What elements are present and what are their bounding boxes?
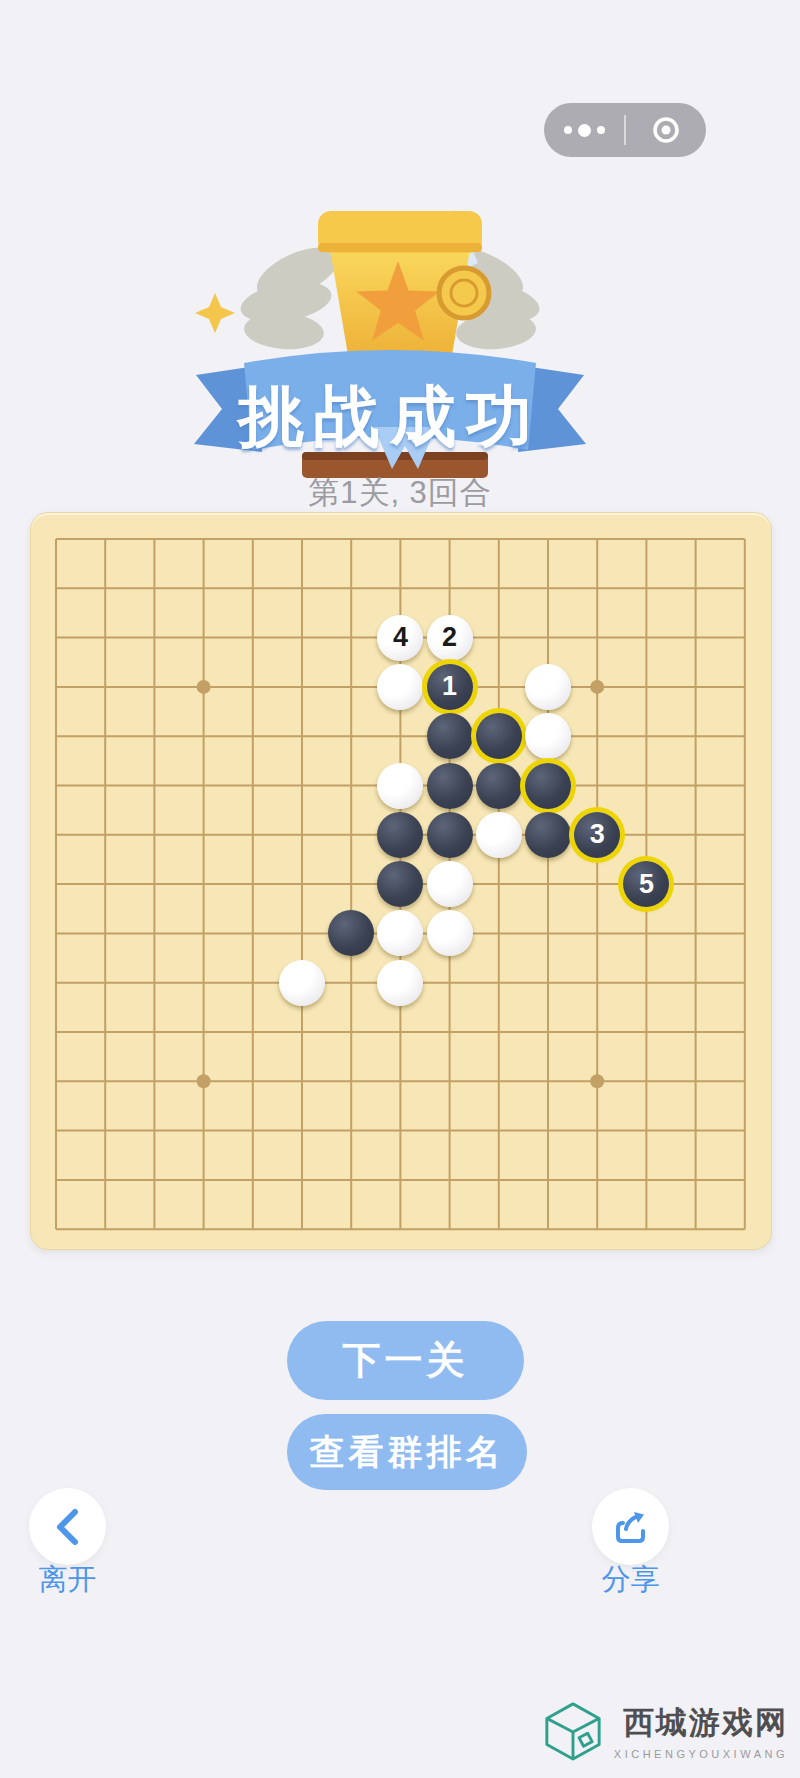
stone-black bbox=[427, 812, 473, 858]
stone-black bbox=[476, 763, 522, 809]
stone-white bbox=[377, 664, 423, 710]
stone-white bbox=[377, 763, 423, 809]
medal-icon bbox=[439, 268, 489, 318]
banner-text: 挑战成功 bbox=[180, 372, 600, 462]
stone-white bbox=[525, 664, 571, 710]
stone-black bbox=[525, 763, 571, 809]
stone-black bbox=[427, 713, 473, 759]
target-icon bbox=[651, 115, 681, 145]
stone-black bbox=[476, 713, 522, 759]
stone-black-move-1: 1 bbox=[427, 664, 473, 710]
stone-white bbox=[525, 713, 571, 759]
share-label: 分享 bbox=[592, 1560, 669, 1600]
leave-label: 离开 bbox=[29, 1560, 106, 1600]
stone-black-move-3: 3 bbox=[574, 812, 620, 858]
gomoku-board: 42135 bbox=[30, 512, 772, 1250]
miniprogram-capsule bbox=[544, 103, 706, 157]
stone-white bbox=[377, 960, 423, 1006]
view-group-ranking-button[interactable]: 查看群排名 bbox=[287, 1414, 527, 1490]
stone-white bbox=[427, 861, 473, 907]
watermark-subtitle: XICHENGYOUXIWANG bbox=[614, 1748, 788, 1760]
page: 挑战成功 第1关, 3回合 42135 下一关 查看群排名 离开 分享 西 bbox=[0, 0, 800, 1778]
back-chevron-icon bbox=[50, 1505, 86, 1549]
exit-button[interactable] bbox=[626, 103, 706, 157]
stone-white bbox=[279, 960, 325, 1006]
cube-logo-icon bbox=[542, 1700, 604, 1762]
share-icon bbox=[610, 1506, 652, 1548]
more-button[interactable] bbox=[544, 103, 624, 157]
left-wing-icon bbox=[237, 237, 346, 352]
stone-black bbox=[377, 812, 423, 858]
share-button[interactable] bbox=[592, 1488, 669, 1565]
sparkle-icon bbox=[195, 293, 235, 333]
stone-white-move-4: 4 bbox=[377, 615, 423, 661]
watermark: 西城游戏网 XICHENGYOUXIWANG bbox=[542, 1700, 788, 1762]
stone-white bbox=[427, 910, 473, 956]
stone-white bbox=[476, 812, 522, 858]
ellipsis-icon bbox=[564, 124, 605, 137]
level-info: 第1关, 3回合 bbox=[0, 472, 800, 514]
stone-black bbox=[427, 763, 473, 809]
stone-white-move-2: 2 bbox=[427, 615, 473, 661]
next-level-button[interactable]: 下一关 bbox=[287, 1321, 524, 1400]
watermark-title: 西城游戏网 bbox=[623, 1702, 788, 1744]
stone-black bbox=[525, 812, 571, 858]
leave-button[interactable] bbox=[29, 1488, 106, 1565]
